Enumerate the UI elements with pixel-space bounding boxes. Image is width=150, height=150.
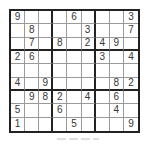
cell-r3c2[interactable]: 7 (25, 38, 39, 51)
cell-r8c9[interactable] (124, 104, 138, 117)
cell-r7c7[interactable] (96, 91, 110, 104)
cell-r2c4[interactable] (53, 24, 67, 37)
cell-r7c3[interactable]: 8 (39, 91, 53, 104)
cell-r6c8[interactable]: 8 (110, 78, 124, 91)
cell-r5c9[interactable] (124, 64, 138, 77)
cell-r8c5[interactable] (67, 104, 81, 117)
cell-r3c8[interactable]: 9 (110, 38, 124, 51)
cell-r4c7[interactable]: 3 (96, 51, 110, 64)
cell-r6c1[interactable]: 4 (11, 78, 25, 91)
cell-r7c8[interactable]: 6 (110, 91, 124, 104)
cell-r4c6[interactable] (82, 51, 96, 64)
cell-r2c2[interactable]: 8 (25, 24, 39, 37)
cell-r8c3[interactable] (39, 104, 53, 117)
cell-r3c1[interactable] (11, 38, 25, 51)
cell-r9c1[interactable]: 1 (11, 118, 25, 131)
cell-r9c6[interactable] (82, 118, 96, 131)
cell-r2c5[interactable] (67, 24, 81, 37)
cell-r2c8[interactable] (110, 24, 124, 37)
cell-r7c2[interactable]: 9 (25, 91, 39, 104)
cell-r7c4[interactable]: 2 (53, 91, 67, 104)
cell-r1c9[interactable]: 3 (124, 11, 138, 24)
cell-r9c5[interactable]: 5 (67, 118, 81, 131)
cell-r5c7[interactable] (96, 64, 110, 77)
cell-r9c7[interactable] (96, 118, 110, 131)
cell-r8c8[interactable]: 4 (110, 104, 124, 117)
cell-r2c7[interactable] (96, 24, 110, 37)
cell-r9c2[interactable] (25, 118, 39, 131)
cell-r9c8[interactable] (110, 118, 124, 131)
cell-r5c2[interactable] (25, 64, 39, 77)
cell-r6c2[interactable] (25, 78, 39, 91)
cell-r4c9[interactable]: 4 (124, 51, 138, 64)
cell-r1c6[interactable] (82, 11, 96, 24)
cell-r5c4[interactable] (53, 64, 67, 77)
cell-r4c3[interactable] (39, 51, 53, 64)
cell-r7c6[interactable]: 4 (82, 91, 96, 104)
cell-r3c3[interactable] (39, 38, 53, 51)
cell-r5c1[interactable] (11, 64, 25, 77)
cell-r2c6[interactable]: 3 (82, 24, 96, 37)
cell-r6c6[interactable] (82, 78, 96, 91)
cell-r6c7[interactable] (96, 78, 110, 91)
watermark-smudge (57, 138, 99, 140)
cell-r2c9[interactable]: 7 (124, 24, 138, 37)
cell-r7c9[interactable] (124, 91, 138, 104)
cell-r1c7[interactable] (96, 11, 110, 24)
cell-r6c3[interactable]: 9 (39, 78, 53, 91)
cell-r5c3[interactable] (39, 64, 53, 77)
cell-r5c8[interactable] (110, 64, 124, 77)
cell-r5c6[interactable] (82, 64, 96, 77)
cell-r7c5[interactable] (67, 91, 81, 104)
sudoku-board: 963837782492634498298246564159 (9, 9, 140, 133)
cell-r9c4[interactable] (53, 118, 67, 131)
cell-r8c4[interactable]: 6 (53, 104, 67, 117)
cell-r3c5[interactable] (67, 38, 81, 51)
cell-r3c7[interactable]: 4 (96, 38, 110, 51)
cell-r8c7[interactable] (96, 104, 110, 117)
cell-r8c6[interactable] (82, 104, 96, 117)
cell-r2c3[interactable] (39, 24, 53, 37)
cell-r4c1[interactable]: 2 (11, 51, 25, 64)
cell-r4c8[interactable] (110, 51, 124, 64)
cell-r3c4[interactable]: 8 (53, 38, 67, 51)
cell-r4c4[interactable] (53, 51, 67, 64)
cell-r6c5[interactable] (67, 78, 81, 91)
cell-r1c8[interactable] (110, 11, 124, 24)
cell-r3c6[interactable]: 2 (82, 38, 96, 51)
cell-r2c1[interactable] (11, 24, 25, 37)
cell-r1c5[interactable]: 6 (67, 11, 81, 24)
cell-r6c9[interactable]: 2 (124, 78, 138, 91)
cell-r5c5[interactable] (67, 64, 81, 77)
cell-r1c1[interactable]: 9 (11, 11, 25, 24)
cell-r8c1[interactable]: 5 (11, 104, 25, 117)
cell-r1c4[interactable] (53, 11, 67, 24)
cell-r9c9[interactable]: 9 (124, 118, 138, 131)
cell-r1c3[interactable] (39, 11, 53, 24)
cell-r8c2[interactable] (25, 104, 39, 117)
cell-r3c9[interactable] (124, 38, 138, 51)
cell-r4c2[interactable]: 6 (25, 51, 39, 64)
cell-r4c5[interactable] (67, 51, 81, 64)
cell-r1c2[interactable] (25, 11, 39, 24)
cell-r9c3[interactable] (39, 118, 53, 131)
cell-r7c1[interactable] (11, 91, 25, 104)
cell-r6c4[interactable] (53, 78, 67, 91)
